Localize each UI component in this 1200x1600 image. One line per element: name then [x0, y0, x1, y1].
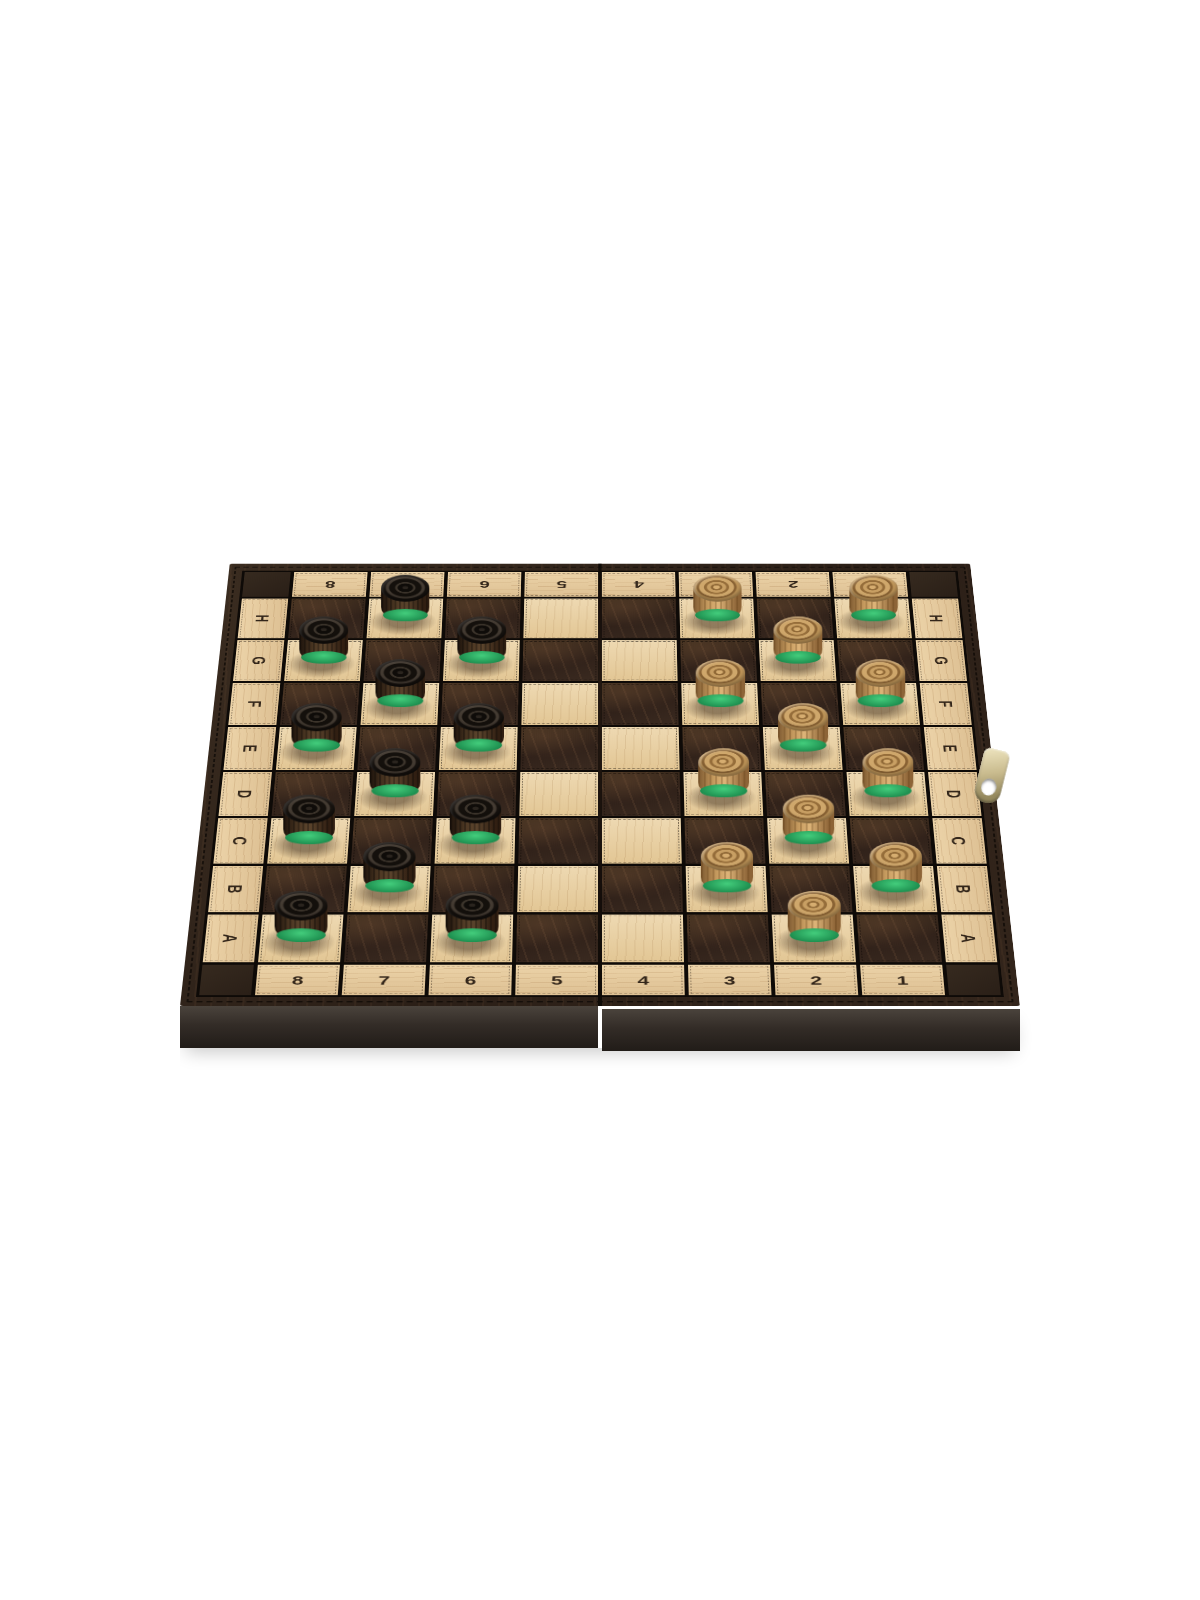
square-a3[interactable]: [687, 915, 770, 963]
square-b8[interactable]: [263, 866, 347, 913]
square-a7[interactable]: [344, 915, 428, 963]
frame-corner: [242, 572, 291, 596]
frame-corner: [199, 965, 254, 996]
square-d4[interactable]: [602, 772, 681, 816]
piece-shadow: [767, 828, 844, 861]
piece-shadow: [840, 692, 914, 722]
square-g3[interactable]: [680, 640, 757, 681]
piece-shadow: [683, 781, 758, 813]
piece-shadow: [763, 736, 837, 767]
board-front-edge: [180, 1006, 1020, 1048]
rank-label-text: 8: [291, 974, 304, 986]
rank-label-text: 5: [551, 974, 563, 986]
file-label-text: C: [949, 837, 970, 845]
frame-corner: [909, 572, 958, 596]
top-rank-label-1: 1: [832, 572, 908, 596]
front-edge-left-half: [180, 1006, 598, 1048]
piece-shadow: [772, 925, 851, 960]
square-a1[interactable]: [857, 915, 942, 963]
square-a4[interactable]: [602, 915, 684, 963]
board-scene: 87654321HHGGFFEEDDCCBBAA87654321: [180, 166, 1020, 1006]
piece-shadow: [681, 692, 754, 722]
left-file-label-E: E: [223, 727, 276, 770]
rank-label-text: 5: [556, 579, 566, 589]
square-a5[interactable]: [516, 915, 598, 963]
top-rank-label-6: 6: [447, 572, 521, 596]
square-b5[interactable]: [517, 866, 598, 913]
file-label-text: D: [235, 790, 256, 798]
piece-shadow: [360, 692, 434, 722]
rank-label-text: 2: [810, 974, 822, 986]
rank-label-text: 7: [402, 579, 413, 589]
bottom-rank-label-2: 2: [774, 965, 858, 996]
square-e7[interactable]: [357, 727, 437, 770]
file-label-text: H: [927, 615, 947, 622]
left-file-label-C: C: [213, 818, 267, 863]
square-b4[interactable]: [602, 866, 683, 913]
bottom-rank-label-6: 6: [428, 965, 511, 996]
square-e5[interactable]: [520, 727, 598, 770]
bottom-rank-label-4: 4: [602, 965, 685, 996]
square-g1[interactable]: [837, 640, 916, 681]
rank-label-text: 4: [637, 974, 649, 986]
left-file-label-A: A: [203, 915, 259, 963]
piece-shadow: [759, 649, 832, 679]
rank-label-text: 7: [378, 974, 390, 986]
square-h4[interactable]: [602, 599, 677, 639]
square-h8[interactable]: [288, 599, 366, 639]
square-g5[interactable]: [522, 640, 598, 681]
square-f5[interactable]: [521, 683, 598, 725]
square-h6[interactable]: [445, 599, 521, 639]
file-label-text: H: [253, 615, 273, 622]
left-file-label-B: B: [208, 866, 263, 913]
top-rank-label-5: 5: [524, 572, 598, 596]
piece-shadow: [834, 607, 906, 636]
file-label-text: D: [944, 790, 965, 798]
left-file-label-G: G: [233, 640, 284, 681]
left-file-label-F: F: [228, 683, 280, 725]
square-g7[interactable]: [364, 640, 442, 681]
product-photo-stage: 87654321HHGGFFEEDDCCBBAA87654321: [0, 0, 1200, 1600]
file-label-text: E: [940, 745, 960, 752]
square-d2[interactable]: [765, 772, 846, 816]
file-label-text: B: [954, 885, 975, 893]
square-h2[interactable]: [757, 599, 834, 639]
square-e4[interactable]: [602, 727, 680, 770]
bottom-rank-label-8: 8: [255, 965, 340, 996]
file-label-text: F: [244, 701, 264, 707]
piece-shadow: [430, 925, 508, 960]
square-b6[interactable]: [432, 866, 514, 913]
square-c1[interactable]: [850, 818, 933, 863]
frame-corner: [946, 965, 1001, 996]
right-file-label-F: F: [920, 683, 972, 725]
piece-shadow: [366, 607, 438, 636]
file-label-text: G: [931, 657, 951, 665]
rank-label-text: 6: [479, 579, 490, 589]
rank-label-text: 4: [633, 579, 643, 589]
square-c4[interactable]: [602, 818, 682, 863]
piece-shadow: [847, 781, 923, 813]
file-label-text: A: [220, 934, 241, 943]
top-rank-label-8: 8: [292, 572, 368, 596]
square-d5[interactable]: [519, 772, 598, 816]
square-f2[interactable]: [761, 683, 840, 725]
square-d6[interactable]: [437, 772, 517, 816]
right-file-label-D: D: [928, 772, 981, 816]
file-label-text: C: [230, 837, 251, 845]
rank-label-text: 1: [896, 974, 909, 986]
piece-shadow: [354, 781, 430, 813]
left-file-label-D: D: [218, 772, 271, 816]
file-label-text: A: [958, 934, 979, 943]
square-c7[interactable]: [351, 818, 433, 863]
bottom-rank-label-3: 3: [688, 965, 771, 996]
rank-label-text: 3: [710, 579, 721, 589]
piece-shadow: [439, 736, 513, 767]
square-h5[interactable]: [523, 599, 598, 639]
bottom-rank-label-7: 7: [342, 965, 426, 996]
file-label-text: F: [936, 701, 956, 707]
top-rank-label-3: 3: [679, 572, 753, 596]
square-e3[interactable]: [682, 727, 761, 770]
bottom-rank-label-5: 5: [515, 965, 598, 996]
square-b2[interactable]: [769, 866, 852, 913]
square-f4[interactable]: [602, 683, 679, 725]
bottom-rank-label-1: 1: [860, 965, 945, 996]
square-f8[interactable]: [280, 683, 360, 725]
piece-shadow: [284, 649, 357, 679]
square-f6[interactable]: [441, 683, 519, 725]
top-rank-label-2: 2: [756, 572, 831, 596]
square-e1[interactable]: [843, 727, 924, 770]
right-file-label-H: H: [912, 599, 963, 639]
right-file-label-A: A: [941, 915, 997, 963]
front-edge-right-half: [602, 1009, 1020, 1051]
right-file-label-B: B: [937, 866, 992, 913]
right-file-label-G: G: [916, 640, 967, 681]
left-file-label-H: H: [238, 599, 289, 639]
rank-label-text: 2: [787, 579, 798, 589]
piece-shadow: [679, 607, 750, 636]
rank-label-text: 1: [865, 579, 876, 589]
checkers-board: 87654321HHGGFFEEDDCCBBAA87654321: [180, 564, 1020, 1006]
top-rank-label-7: 7: [369, 572, 444, 596]
top-rank-label-4: 4: [602, 572, 676, 596]
rank-label-text: 3: [724, 974, 736, 986]
right-file-label-E: E: [924, 727, 977, 770]
rank-label-text: 8: [324, 579, 335, 589]
piece-shadow: [443, 649, 515, 679]
file-label-text: G: [249, 657, 269, 665]
file-label-text: E: [240, 745, 260, 752]
square-g4[interactable]: [602, 640, 678, 681]
rank-label-text: 6: [464, 974, 476, 986]
right-file-label-C: C: [932, 818, 986, 863]
piece-shadow: [685, 875, 762, 909]
square-d8[interactable]: [272, 772, 354, 816]
piece-shadow: [434, 828, 510, 861]
file-label-text: B: [225, 885, 246, 893]
square-c3[interactable]: [685, 818, 766, 863]
piece-shadow: [347, 875, 425, 909]
square-c5[interactable]: [518, 818, 598, 863]
